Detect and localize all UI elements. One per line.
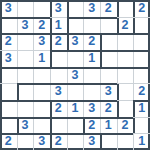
cell-r2c5[interactable] — [67, 17, 84, 34]
cell-r4c7[interactable] — [100, 50, 117, 67]
cell-r5c6[interactable] — [83, 67, 100, 84]
cell-r1c3[interactable] — [33, 0, 50, 17]
cell-r2c7[interactable] — [100, 17, 117, 34]
cell-r8c5[interactable] — [67, 117, 84, 134]
cell-r1c5[interactable] — [67, 0, 84, 17]
cell-r9c6[interactable]: 3 — [83, 133, 100, 150]
puzzle-board-wrap: 33322321223232311333221321321223231 — [0, 0, 150, 150]
cell-r7c7[interactable]: 2 — [100, 100, 117, 117]
cell-r7c8[interactable] — [117, 100, 134, 117]
cell-r8c2[interactable]: 3 — [17, 117, 34, 134]
cell-r4c4[interactable] — [50, 50, 67, 67]
cell-r5c8[interactable] — [117, 67, 134, 84]
cell-r3c4[interactable]: 2 — [50, 33, 67, 50]
cell-r2c6[interactable] — [83, 17, 100, 34]
cell-r9c4[interactable]: 2 — [50, 133, 67, 150]
cell-r9c8[interactable] — [117, 133, 134, 150]
cell-r3c6[interactable]: 2 — [83, 33, 100, 50]
cell-r1c6[interactable]: 3 — [83, 0, 100, 17]
cell-r4c5[interactable] — [67, 50, 84, 67]
cell-r8c3[interactable] — [33, 117, 50, 134]
cell-r6c9[interactable]: 2 — [133, 83, 150, 100]
cell-r4c9[interactable] — [133, 50, 150, 67]
cell-r1c4[interactable]: 3 — [50, 0, 67, 17]
cell-r4c2[interactable] — [17, 50, 34, 67]
cell-r9c7[interactable] — [100, 133, 117, 150]
cell-r2c9[interactable] — [133, 17, 150, 34]
cell-r2c3[interactable]: 2 — [33, 17, 50, 34]
cell-r7c5[interactable]: 1 — [67, 100, 84, 117]
cell-r8c7[interactable]: 1 — [100, 117, 117, 134]
cell-r1c8[interactable] — [117, 0, 134, 17]
cell-r2c8[interactable]: 2 — [117, 17, 134, 34]
cell-r6c1[interactable] — [0, 83, 17, 100]
cell-r8c1[interactable] — [0, 117, 17, 134]
cell-r9c1[interactable]: 2 — [0, 133, 17, 150]
cell-r1c7[interactable]: 2 — [100, 0, 117, 17]
cell-r2c2[interactable]: 3 — [17, 17, 34, 34]
cell-r5c9[interactable] — [133, 67, 150, 84]
cell-r8c4[interactable] — [50, 117, 67, 134]
cell-r4c8[interactable] — [117, 50, 134, 67]
cell-r7c6[interactable]: 3 — [83, 100, 100, 117]
cell-r4c1[interactable]: 3 — [0, 50, 17, 67]
cell-r9c9[interactable]: 1 — [133, 133, 150, 150]
cell-r3c8[interactable] — [117, 33, 134, 50]
puzzle-board: 33322321223232311333221321321223231 — [0, 0, 150, 150]
cell-r6c3[interactable] — [33, 83, 50, 100]
cell-r6c8[interactable] — [117, 83, 134, 100]
cell-r6c2[interactable] — [17, 83, 34, 100]
cell-r9c3[interactable]: 3 — [33, 133, 50, 150]
cell-r7c4[interactable]: 2 — [50, 100, 67, 117]
cell-r3c1[interactable]: 2 — [0, 33, 17, 50]
cell-r9c5[interactable] — [67, 133, 84, 150]
cell-r7c1[interactable] — [0, 100, 17, 117]
cell-r5c5[interactable]: 3 — [67, 67, 84, 84]
cell-r7c9[interactable]: 1 — [133, 100, 150, 117]
cell-r3c3[interactable]: 3 — [33, 33, 50, 50]
cell-r1c2[interactable] — [17, 0, 34, 17]
cell-r3c7[interactable] — [100, 33, 117, 50]
cell-r9c2[interactable] — [17, 133, 34, 150]
cell-r3c2[interactable] — [17, 33, 34, 50]
cell-r5c2[interactable] — [17, 67, 34, 84]
cell-r4c3[interactable]: 1 — [33, 50, 50, 67]
cell-r5c3[interactable] — [33, 67, 50, 84]
cell-r1c1[interactable]: 3 — [0, 0, 17, 17]
cell-r5c7[interactable] — [100, 67, 117, 84]
cell-r8c9[interactable] — [133, 117, 150, 134]
cell-r7c3[interactable] — [33, 100, 50, 117]
cell-r5c1[interactable] — [0, 67, 17, 84]
cell-r3c5[interactable]: 3 — [67, 33, 84, 50]
cell-r2c1[interactable] — [0, 17, 17, 34]
cell-r8c8[interactable]: 2 — [117, 117, 134, 134]
cell-r8c6[interactable]: 2 — [83, 117, 100, 134]
cell-r2c4[interactable]: 1 — [50, 17, 67, 34]
cell-r4c6[interactable]: 1 — [83, 50, 100, 67]
cell-r6c7[interactable]: 3 — [100, 83, 117, 100]
cell-r7c2[interactable] — [17, 100, 34, 117]
cell-r6c6[interactable] — [83, 83, 100, 100]
cell-r1c9[interactable]: 2 — [133, 0, 150, 17]
cell-r5c4[interactable] — [50, 67, 67, 84]
cell-r6c4[interactable]: 3 — [50, 83, 67, 100]
cell-r3c9[interactable] — [133, 33, 150, 50]
cell-r6c5[interactable] — [67, 83, 84, 100]
